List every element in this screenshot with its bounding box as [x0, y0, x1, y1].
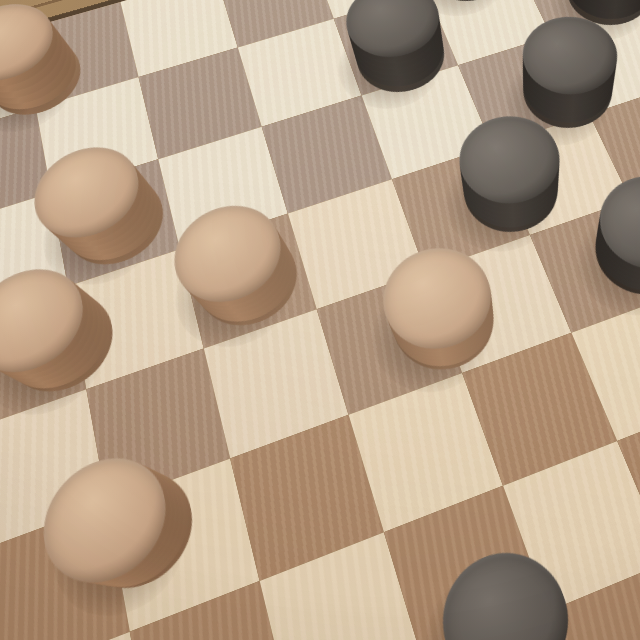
board-surface — [0, 0, 640, 640]
checker-piece-dark[interactable] — [451, 137, 572, 244]
checkers-board-plane — [0, 0, 640, 640]
board-square-6-3[interactable] — [260, 532, 424, 640]
screenshot-viewport — [0, 0, 640, 640]
checker-piece-dark[interactable] — [581, 194, 640, 308]
checker-piece-light[interactable] — [3, 281, 121, 406]
checker-piece-dark[interactable] — [346, 10, 455, 103]
checker-piece-light[interactable] — [59, 167, 171, 278]
